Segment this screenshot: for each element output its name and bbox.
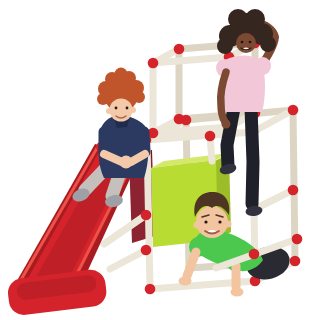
connector-ball: [145, 284, 156, 295]
connector-ball: [141, 210, 152, 221]
product-photo-stage: Three children playing on a climb-and-sl…: [0, 0, 311, 320]
connector-ball: [249, 249, 260, 260]
crawl-boy-left-hand: [179, 277, 192, 286]
girl-left-eye: [241, 41, 244, 44]
hair-curl: [217, 38, 233, 54]
crawl-boy-right-hand: [231, 288, 244, 297]
connector-ball: [148, 58, 159, 69]
hair-curl: [97, 93, 109, 105]
connector-ball: [288, 185, 299, 196]
slide-boy-left-eye: [115, 107, 118, 110]
slide-boy-right-sleeve: [144, 132, 145, 152]
girl-left-leg: [227, 108, 234, 166]
hair-curl: [133, 91, 145, 103]
hair-curl: [260, 36, 276, 52]
slide-boy-right-eye: [126, 107, 129, 110]
slide-boy-clasped-hands: [120, 156, 133, 169]
connector-ball: [290, 256, 301, 267]
girl-right-sleeve: [255, 57, 271, 75]
crawl-boy-right-eye: [218, 220, 221, 223]
girl-left-hand: [222, 120, 231, 129]
girl-right-leg: [251, 108, 253, 204]
connector-ball: [288, 105, 299, 116]
crawl-boy-left-eye: [204, 220, 207, 223]
girl-right-eye: [249, 41, 252, 44]
connector-ball: [181, 115, 192, 126]
hair-curl: [115, 68, 128, 81]
hair-curl: [245, 9, 265, 29]
climb-and-slide-scene: Three children playing on a climb-and-sl…: [0, 0, 311, 320]
connector-ball: [141, 245, 152, 256]
connector-ball: [205, 131, 216, 142]
connector-ball: [174, 44, 185, 55]
connector-ball: [292, 234, 303, 245]
